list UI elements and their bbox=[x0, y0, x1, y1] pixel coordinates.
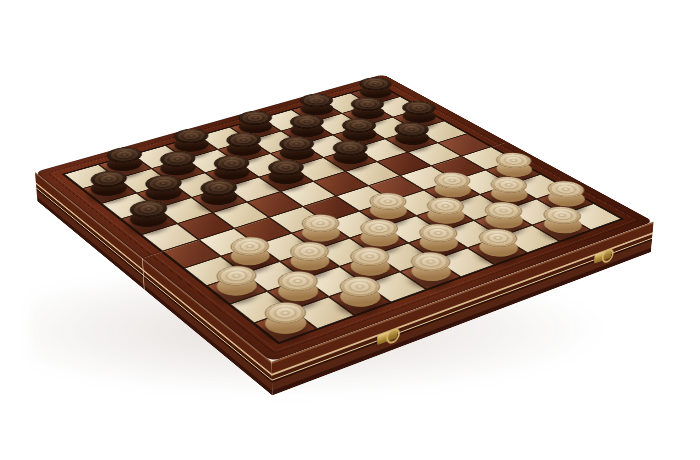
product-photo-stage bbox=[0, 0, 700, 460]
latch-hook-icon bbox=[602, 246, 615, 264]
dark-man-r3c0[interactable] bbox=[124, 209, 175, 233]
light-man-r9c6[interactable] bbox=[471, 237, 525, 263]
light-man-r7c0[interactable] bbox=[210, 275, 265, 303]
brass-latch-right bbox=[591, 244, 615, 267]
latch-hook-icon bbox=[386, 326, 400, 346]
light-man-r9c0[interactable] bbox=[257, 311, 314, 341]
light-man-r9c2[interactable] bbox=[332, 285, 388, 313]
light-man-r9c8[interactable] bbox=[535, 215, 588, 239]
brass-latch-left bbox=[373, 324, 400, 350]
light-man-r9c4[interactable] bbox=[403, 261, 458, 288]
